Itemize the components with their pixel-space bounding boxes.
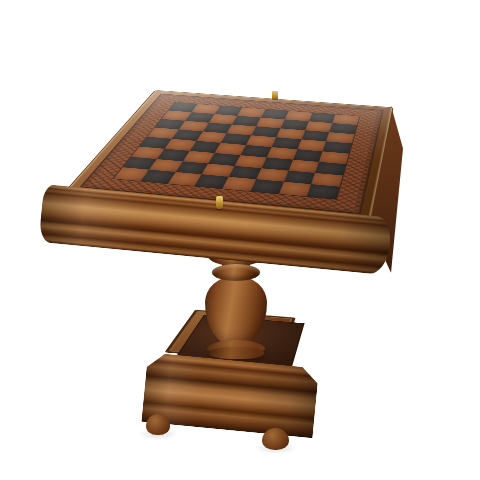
board-square: [278, 182, 311, 197]
board-square: [307, 184, 339, 199]
pedestal-ring-bottom: [212, 264, 260, 281]
bun-foot-front: [262, 428, 289, 450]
brass-hinge: [272, 91, 278, 100]
brass-knob: [216, 196, 223, 209]
pedestal-foot-disc: [209, 347, 264, 359]
chess-board: [112, 102, 360, 200]
bun-foot-left: [146, 414, 170, 435]
chess-table-photo: [0, 0, 480, 480]
